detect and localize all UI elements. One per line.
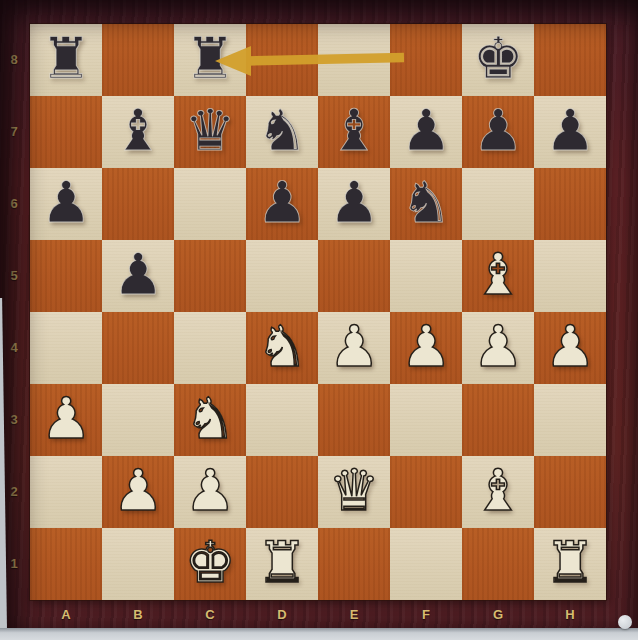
piece-white-knight[interactable]: ♞ xyxy=(256,318,307,375)
square-e6[interactable]: ♟ xyxy=(318,168,390,240)
square-h4[interactable]: ♟ xyxy=(534,312,606,384)
square-c1[interactable]: ♚ xyxy=(174,528,246,600)
piece-black-queen[interactable]: ♛ xyxy=(184,102,235,159)
bezel-dot xyxy=(618,615,632,629)
square-a6[interactable]: ♟ xyxy=(30,168,102,240)
square-g8[interactable]: ♚ xyxy=(462,24,534,96)
chessboard-screenshot: ♜♜♚♝♛♞♝♟♟♟♟♟♟♞♟♝♞♟♟♟♟♟♞♟♟♛♝♚♜♜ 87654321A… xyxy=(0,0,638,640)
square-a7[interactable] xyxy=(30,96,102,168)
square-c4[interactable] xyxy=(174,312,246,384)
square-f5[interactable] xyxy=(390,240,462,312)
piece-black-pawn[interactable]: ♟ xyxy=(40,174,91,231)
square-a4[interactable] xyxy=(30,312,102,384)
piece-black-knight[interactable]: ♞ xyxy=(256,102,307,159)
square-g1[interactable] xyxy=(462,528,534,600)
square-b5[interactable]: ♟ xyxy=(102,240,174,312)
square-d3[interactable] xyxy=(246,384,318,456)
square-f1[interactable] xyxy=(390,528,462,600)
piece-black-king[interactable]: ♚ xyxy=(472,30,523,87)
piece-black-pawn[interactable]: ♟ xyxy=(328,174,379,231)
piece-white-pawn[interactable]: ♟ xyxy=(400,318,451,375)
piece-white-rook[interactable]: ♜ xyxy=(544,534,595,591)
piece-black-pawn[interactable]: ♟ xyxy=(472,102,523,159)
piece-black-knight[interactable]: ♞ xyxy=(400,174,451,231)
piece-white-queen[interactable]: ♛ xyxy=(328,462,379,519)
square-e3[interactable] xyxy=(318,384,390,456)
square-c3[interactable]: ♞ xyxy=(174,384,246,456)
square-h2[interactable] xyxy=(534,456,606,528)
square-e8[interactable] xyxy=(318,24,390,96)
piece-white-pawn[interactable]: ♟ xyxy=(544,318,595,375)
piece-black-bishop[interactable]: ♝ xyxy=(112,102,163,159)
square-d8[interactable] xyxy=(246,24,318,96)
square-a8[interactable]: ♜ xyxy=(30,24,102,96)
square-a3[interactable]: ♟ xyxy=(30,384,102,456)
square-h8[interactable] xyxy=(534,24,606,96)
square-b8[interactable] xyxy=(102,24,174,96)
piece-white-pawn[interactable]: ♟ xyxy=(112,462,163,519)
board-grid: ♜♜♚♝♛♞♝♟♟♟♟♟♟♞♟♝♞♟♟♟♟♟♞♟♟♛♝♚♜♜ xyxy=(30,24,606,600)
square-h7[interactable]: ♟ xyxy=(534,96,606,168)
square-a1[interactable] xyxy=(30,528,102,600)
square-c5[interactable] xyxy=(174,240,246,312)
piece-black-pawn[interactable]: ♟ xyxy=(400,102,451,159)
square-d4[interactable]: ♞ xyxy=(246,312,318,384)
piece-white-pawn[interactable]: ♟ xyxy=(472,318,523,375)
square-b7[interactable]: ♝ xyxy=(102,96,174,168)
square-d2[interactable] xyxy=(246,456,318,528)
piece-black-rook[interactable]: ♜ xyxy=(184,30,235,87)
square-e2[interactable]: ♛ xyxy=(318,456,390,528)
square-f6[interactable]: ♞ xyxy=(390,168,462,240)
piece-white-pawn[interactable]: ♟ xyxy=(328,318,379,375)
square-b6[interactable] xyxy=(102,168,174,240)
square-h6[interactable] xyxy=(534,168,606,240)
piece-white-bishop[interactable]: ♝ xyxy=(472,462,523,519)
square-c8[interactable]: ♜ xyxy=(174,24,246,96)
square-b4[interactable] xyxy=(102,312,174,384)
square-g5[interactable]: ♝ xyxy=(462,240,534,312)
piece-black-rook[interactable]: ♜ xyxy=(40,30,91,87)
square-e7[interactable]: ♝ xyxy=(318,96,390,168)
square-g7[interactable]: ♟ xyxy=(462,96,534,168)
square-a2[interactable] xyxy=(30,456,102,528)
piece-black-pawn[interactable]: ♟ xyxy=(256,174,307,231)
piece-white-king[interactable]: ♚ xyxy=(184,534,235,591)
square-e4[interactable]: ♟ xyxy=(318,312,390,384)
square-f3[interactable] xyxy=(390,384,462,456)
piece-white-rook[interactable]: ♜ xyxy=(256,534,307,591)
piece-black-pawn[interactable]: ♟ xyxy=(544,102,595,159)
square-f4[interactable]: ♟ xyxy=(390,312,462,384)
square-b1[interactable] xyxy=(102,528,174,600)
piece-white-pawn[interactable]: ♟ xyxy=(40,390,91,447)
square-h5[interactable] xyxy=(534,240,606,312)
piece-black-pawn[interactable]: ♟ xyxy=(112,246,163,303)
square-h1[interactable]: ♜ xyxy=(534,528,606,600)
square-f7[interactable]: ♟ xyxy=(390,96,462,168)
square-f8[interactable] xyxy=(390,24,462,96)
square-b3[interactable] xyxy=(102,384,174,456)
piece-black-bishop[interactable]: ♝ xyxy=(328,102,379,159)
square-g4[interactable]: ♟ xyxy=(462,312,534,384)
square-e1[interactable] xyxy=(318,528,390,600)
square-d6[interactable]: ♟ xyxy=(246,168,318,240)
square-g6[interactable] xyxy=(462,168,534,240)
square-c2[interactable]: ♟ xyxy=(174,456,246,528)
square-a5[interactable] xyxy=(30,240,102,312)
piece-white-knight[interactable]: ♞ xyxy=(184,390,235,447)
square-c6[interactable] xyxy=(174,168,246,240)
square-h3[interactable] xyxy=(534,384,606,456)
square-d5[interactable] xyxy=(246,240,318,312)
square-f2[interactable] xyxy=(390,456,462,528)
square-b2[interactable]: ♟ xyxy=(102,456,174,528)
piece-white-bishop[interactable]: ♝ xyxy=(472,246,523,303)
square-g3[interactable] xyxy=(462,384,534,456)
square-d1[interactable]: ♜ xyxy=(246,528,318,600)
square-e5[interactable] xyxy=(318,240,390,312)
square-d7[interactable]: ♞ xyxy=(246,96,318,168)
square-g2[interactable]: ♝ xyxy=(462,456,534,528)
square-c7[interactable]: ♛ xyxy=(174,96,246,168)
piece-white-pawn[interactable]: ♟ xyxy=(184,462,235,519)
screen-bezel-bottom xyxy=(0,628,638,640)
